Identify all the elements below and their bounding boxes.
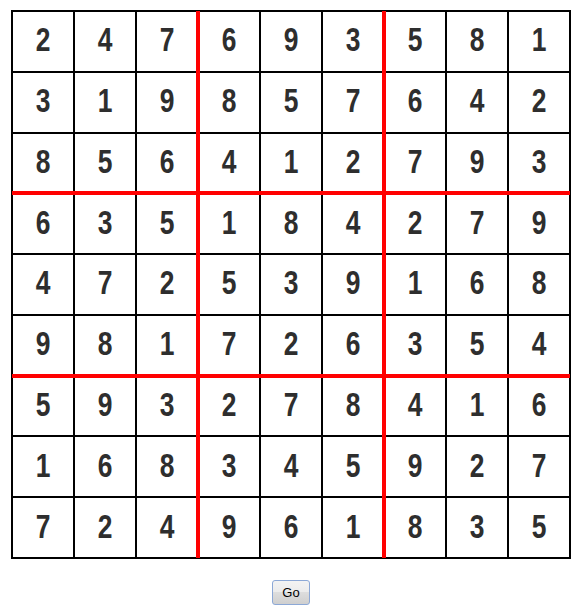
digit: 8 [36,145,51,181]
digit: 3 [98,206,113,242]
cell-r1c4: 6 [198,11,260,72]
cell-r6c5: 2 [260,315,322,376]
digit: 4 [222,145,237,181]
digit: 5 [408,23,423,59]
digit: 6 [284,510,299,546]
cell-r4c8: 7 [446,193,508,254]
digit: 2 [408,206,423,242]
cell-r7c8: 1 [446,376,508,437]
cell-r5c4: 5 [198,254,260,315]
digit: 9 [222,510,237,546]
digit: 6 [470,266,485,302]
digit: 8 [408,510,423,546]
cell-r1c3: 7 [136,11,198,72]
cell-r4c1: 6 [12,193,74,254]
digit: 1 [160,327,175,363]
digit: 4 [284,449,299,485]
cell-r7c5: 7 [260,376,322,437]
digit: 3 [36,84,51,120]
digit: 4 [408,388,423,424]
cell-r5c9: 8 [508,254,570,315]
cell-r4c2: 3 [74,193,136,254]
cell-r5c1: 4 [12,254,74,315]
cell-r5c5: 3 [260,254,322,315]
cell-r4c9: 9 [508,193,570,254]
digit: 3 [284,266,299,302]
cell-r9c1: 7 [12,497,74,558]
digit: 6 [408,84,423,120]
cell-r4c3: 5 [136,193,198,254]
cell-r2c6: 7 [322,72,384,133]
cell-r7c9: 6 [508,376,570,437]
cell-r8c3: 8 [136,436,198,497]
cell-r6c4: 7 [198,315,260,376]
cell-r9c6: 1 [322,497,384,558]
cell-r8c6: 5 [322,436,384,497]
digit: 9 [532,206,547,242]
digit: 2 [470,449,485,485]
cell-r3c3: 6 [136,133,198,194]
cell-r4c6: 4 [322,193,384,254]
digit: 3 [346,23,361,59]
digit: 9 [470,145,485,181]
digit: 4 [98,23,113,59]
digit: 7 [284,388,299,424]
digit: 8 [284,206,299,242]
digit: 4 [160,510,175,546]
digit: 5 [160,206,175,242]
digit: 7 [532,449,547,485]
digit: 2 [36,23,51,59]
digit: 9 [98,388,113,424]
cell-r2c5: 5 [260,72,322,133]
box-divider-vertical-2 [382,11,386,558]
cell-r2c3: 9 [136,72,198,133]
cell-r6c3: 1 [136,315,198,376]
digit: 2 [160,266,175,302]
cell-r9c4: 9 [198,497,260,558]
digit: 9 [36,327,51,363]
cell-r1c5: 9 [260,11,322,72]
digit: 7 [470,206,485,242]
digit: 4 [36,266,51,302]
digit: 7 [98,266,113,302]
cell-r3c8: 9 [446,133,508,194]
digit: 8 [222,84,237,120]
cell-r6c2: 8 [74,315,136,376]
cell-r2c9: 2 [508,72,570,133]
digit: 5 [98,145,113,181]
digit: 6 [532,388,547,424]
cell-r7c7: 4 [384,376,446,437]
cell-r7c2: 9 [74,376,136,437]
cell-r3c1: 8 [12,133,74,194]
cell-r3c4: 4 [198,133,260,194]
cell-r9c9: 5 [508,497,570,558]
cell-r5c8: 6 [446,254,508,315]
digit: 1 [532,23,547,59]
cell-r8c4: 3 [198,436,260,497]
cell-r7c3: 3 [136,376,198,437]
cell-r1c1: 2 [12,11,74,72]
digit: 8 [160,449,175,485]
cell-r8c7: 9 [384,436,446,497]
digit: 6 [36,206,51,242]
digit: 5 [36,388,51,424]
cell-r6c1: 9 [12,315,74,376]
digit: 3 [222,449,237,485]
digit: 4 [470,84,485,120]
sudoku-board: 2 4 7 6 9 3 5 8 1 3 1 9 8 5 7 6 4 2 8 5 … [11,10,571,559]
digit: 3 [160,388,175,424]
digit: 5 [222,266,237,302]
digit: 6 [346,327,361,363]
digit: 7 [160,23,175,59]
cell-r1c2: 4 [74,11,136,72]
digit: 6 [160,145,175,181]
cell-r1c6: 3 [322,11,384,72]
cell-r4c7: 2 [384,193,446,254]
cell-r7c1: 5 [12,376,74,437]
digit: 2 [532,84,547,120]
cell-r3c7: 7 [384,133,446,194]
digit: 3 [470,510,485,546]
digit: 9 [408,449,423,485]
cell-r5c7: 1 [384,254,446,315]
cell-r9c5: 6 [260,497,322,558]
cell-r2c1: 3 [12,72,74,133]
digit: 5 [284,84,299,120]
cell-r1c7: 5 [384,11,446,72]
cell-r4c5: 8 [260,193,322,254]
cell-r5c3: 2 [136,254,198,315]
digit: 6 [98,449,113,485]
digit: 2 [346,145,361,181]
cell-r2c8: 4 [446,72,508,133]
cell-r7c4: 2 [198,376,260,437]
cell-r3c6: 2 [322,133,384,194]
cell-r1c8: 8 [446,11,508,72]
digit: 4 [346,206,361,242]
cell-r4c4: 1 [198,193,260,254]
cell-r2c2: 1 [74,72,136,133]
cell-r6c9: 4 [508,315,570,376]
cell-r6c6: 6 [322,315,384,376]
cell-r9c2: 2 [74,497,136,558]
box-divider-horizontal-1 [12,191,570,195]
cell-r7c6: 8 [322,376,384,437]
box-divider-horizontal-2 [12,374,570,378]
digit: 2 [222,388,237,424]
digit: 7 [36,510,51,546]
cell-r9c8: 3 [446,497,508,558]
digit: 1 [98,84,113,120]
cell-r5c6: 9 [322,254,384,315]
box-divider-vertical-1 [196,11,200,558]
cell-r1c9: 1 [508,11,570,72]
digit: 4 [532,327,547,363]
digit: 8 [470,23,485,59]
digit: 3 [532,145,547,181]
cell-r5c2: 7 [74,254,136,315]
digit: 1 [470,388,485,424]
digit: 1 [284,145,299,181]
cell-r3c2: 5 [74,133,136,194]
cell-r6c8: 5 [446,315,508,376]
cell-r3c9: 3 [508,133,570,194]
digit: 2 [284,327,299,363]
digit: 7 [346,84,361,120]
digit: 8 [532,266,547,302]
cell-r8c9: 7 [508,436,570,497]
cell-r8c5: 4 [260,436,322,497]
digit: 1 [408,266,423,302]
digit: 5 [346,449,361,485]
button-row: Go [0,580,582,612]
cell-r8c8: 2 [446,436,508,497]
digit: 7 [408,145,423,181]
digit: 1 [346,510,361,546]
digit: 7 [222,327,237,363]
digit: 1 [222,206,237,242]
digit: 9 [346,266,361,302]
cell-r2c7: 6 [384,72,446,133]
digit: 3 [408,327,423,363]
digit: 9 [284,23,299,59]
cell-r8c2: 6 [74,436,136,497]
cell-r9c7: 8 [384,497,446,558]
cell-r6c7: 3 [384,315,446,376]
digit: 8 [98,327,113,363]
cell-r8c1: 1 [12,436,74,497]
digit: 9 [160,84,175,120]
digit: 1 [36,449,51,485]
digit: 2 [98,510,113,546]
go-button[interactable]: Go [272,580,309,605]
cell-r9c3: 4 [136,497,198,558]
cell-r2c4: 8 [198,72,260,133]
digit: 5 [532,510,547,546]
digit: 6 [222,23,237,59]
digit: 8 [346,388,361,424]
cell-r3c5: 1 [260,133,322,194]
digit: 5 [470,327,485,363]
